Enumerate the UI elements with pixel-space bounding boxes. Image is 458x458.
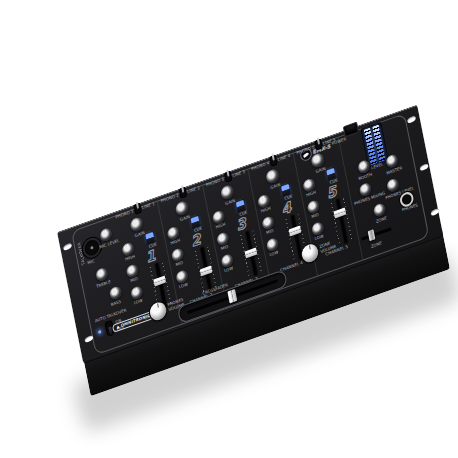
input-select-toggle bbox=[180, 188, 186, 198]
eq-mid-label: MID bbox=[175, 261, 183, 268]
channel-number: 3 bbox=[235, 216, 247, 233]
line-input-label: LINE 1 bbox=[141, 200, 155, 209]
input-select-toggle bbox=[225, 172, 231, 182]
rack-hole bbox=[407, 115, 417, 124]
input-select-toggle bbox=[315, 140, 321, 150]
eq-high-label: HIGH bbox=[261, 206, 272, 214]
meter-label: LEVEL bbox=[371, 162, 383, 171]
rack-hole bbox=[419, 163, 429, 172]
input-select-toggle bbox=[135, 204, 141, 214]
power-led bbox=[98, 330, 101, 334]
phono-input-label: PHONO 1 bbox=[115, 208, 134, 219]
eq-high-label: HIGH bbox=[215, 222, 226, 230]
input-select-toggle bbox=[270, 156, 276, 166]
eq-mid-label: MID bbox=[311, 213, 319, 220]
master-label: MASTER bbox=[386, 166, 402, 176]
rack-hole bbox=[430, 208, 440, 217]
eq-high-label: HIGH bbox=[170, 238, 181, 246]
mic-treble-label: TREBLE bbox=[96, 280, 111, 290]
line-input-label: LINE 3 bbox=[232, 168, 246, 177]
channel-number: 5 bbox=[326, 183, 338, 200]
channel-fader bbox=[239, 229, 263, 278]
eq-high-label: HIGH bbox=[125, 254, 136, 262]
eq-mid-label: MID bbox=[221, 245, 229, 252]
crossfader-cap bbox=[227, 289, 237, 304]
rack-hole bbox=[63, 242, 73, 251]
phono-input-label: PHONO 5 bbox=[296, 144, 315, 155]
booth-label: BOOTH bbox=[358, 173, 372, 182]
product-photo-stage: POWER EMX-5 TALKOVER MIC MIC LEVEL TREBL… bbox=[0, 0, 458, 458]
eq-low-label: LOW bbox=[224, 266, 234, 274]
eq-low-label: LOW bbox=[269, 250, 279, 258]
mic-jack-label: MIC bbox=[87, 258, 95, 266]
phono-input-label: PHONO 3 bbox=[205, 176, 224, 187]
eq-high-label: HIGH bbox=[306, 190, 317, 198]
eq-mid-label: MID bbox=[130, 277, 138, 284]
eq-low-label: LOW bbox=[179, 282, 189, 290]
eq-mid-label: MID bbox=[266, 229, 274, 236]
channel-number: 1 bbox=[145, 248, 157, 265]
phono-input-label: PHONO 4 bbox=[251, 160, 270, 171]
channel-number: 2 bbox=[190, 232, 202, 249]
line-input-label: LINE 2 bbox=[187, 184, 201, 193]
channel-number: 4 bbox=[280, 200, 292, 217]
phono-input-label: PHONO 2 bbox=[160, 192, 179, 203]
mic-bass-label: BASS bbox=[111, 300, 122, 308]
line-input-label: LINE 5 bbox=[322, 136, 336, 145]
line-input-label: LINE 4 bbox=[277, 152, 291, 161]
eq-low-label: LOW bbox=[315, 234, 325, 242]
zone-fader-label: ZONE bbox=[371, 241, 383, 249]
channel-fader bbox=[330, 197, 354, 246]
eq-low-label: LOW bbox=[134, 298, 144, 306]
dj-mixer: POWER EMX-5 TALKOVER MIC MIC LEVEL TREBL… bbox=[57, 104, 443, 361]
rack-hole bbox=[84, 335, 94, 344]
